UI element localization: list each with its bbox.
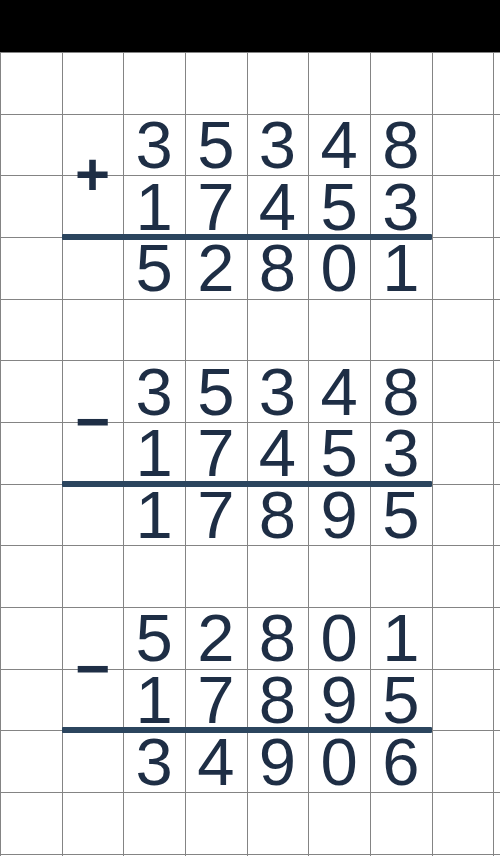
digit-cell: 5 [370, 669, 432, 731]
digit-cell: 3 [123, 730, 185, 792]
digit-cell: 8 [370, 360, 432, 422]
digit-cell: 9 [308, 669, 370, 731]
digit-cell: 3 [123, 114, 185, 176]
digit-cell: 3 [247, 360, 309, 422]
digit-cell: 0 [308, 730, 370, 792]
digit-cell: 8 [247, 607, 309, 669]
digit-cell: 7 [185, 422, 247, 484]
digit-cell: 8 [247, 237, 309, 299]
digit-cell: 4 [247, 175, 309, 237]
digit-cell: 4 [185, 730, 247, 792]
digit-cell: 7 [185, 175, 247, 237]
worksheet-screen: 353481745352801+353481745317895−52801178… [0, 0, 500, 856]
digit-cell: 5 [370, 484, 432, 546]
digit-cell: 1 [123, 669, 185, 731]
result-underline [62, 727, 432, 733]
plus-operator: + [62, 145, 124, 207]
digit-cell: 5 [185, 360, 247, 422]
digit-cell: 4 [308, 114, 370, 176]
digit-cell: 8 [370, 114, 432, 176]
digit-cell: 8 [247, 669, 309, 731]
digit-cell: 5 [123, 607, 185, 669]
digit-cell: 2 [185, 607, 247, 669]
digit-cell: 5 [308, 175, 370, 237]
digit-cell: 0 [308, 237, 370, 299]
digit-cell: 9 [308, 484, 370, 546]
digit-cell: 5 [185, 114, 247, 176]
top-black-bar [0, 0, 500, 52]
digit-cell: 6 [370, 730, 432, 792]
digit-cell: 1 [370, 607, 432, 669]
digit-cell: 7 [185, 484, 247, 546]
digit-cell: 2 [185, 237, 247, 299]
result-underline [62, 234, 432, 240]
minus-operator: − [62, 638, 124, 700]
digit-cell: 1 [123, 484, 185, 546]
digit-cell: 8 [247, 484, 309, 546]
digit-cell: 4 [247, 422, 309, 484]
grid-paper: 353481745352801+353481745317895−52801178… [0, 52, 500, 856]
digit-cell: 3 [247, 114, 309, 176]
digit-cell: 0 [308, 607, 370, 669]
digit-cell: 3 [370, 175, 432, 237]
digit-cell: 1 [370, 237, 432, 299]
digit-cell: 9 [247, 730, 309, 792]
digit-cell: 3 [123, 360, 185, 422]
digit-cell: 5 [308, 422, 370, 484]
digit-cell: 4 [308, 360, 370, 422]
digit-cell: 3 [370, 422, 432, 484]
digit-cell: 1 [123, 175, 185, 237]
result-underline [62, 481, 432, 487]
digit-cell: 5 [123, 237, 185, 299]
digit-cell: 1 [123, 422, 185, 484]
digit-cell: 7 [185, 669, 247, 731]
minus-operator: − [62, 391, 124, 453]
